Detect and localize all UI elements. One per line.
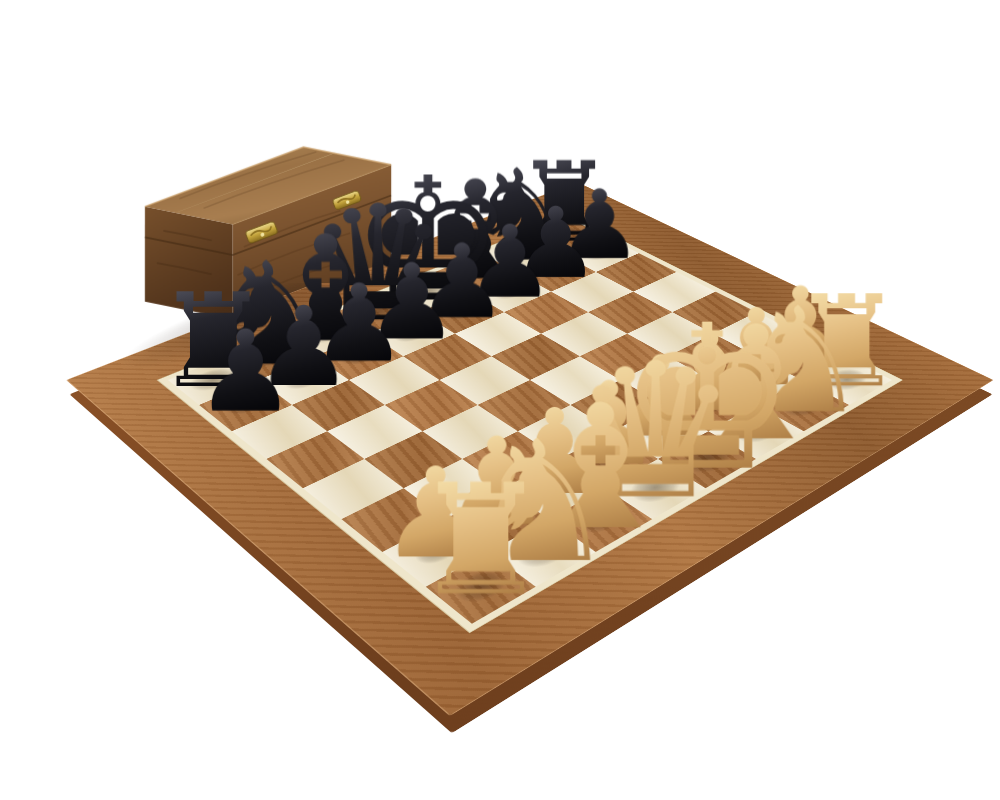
piece-layer: ♜♞♝♛♚♝♞♜♟♟♟♟♟♟♟♟♟♟♟♟♟♟♟♟♜♞♝♛♚♝♞♜ [66,182,994,716]
product-photo-scene: ♜♞♝♛♚♝♞♜♟♟♟♟♟♟♟♟♟♟♟♟♟♟♟♟♜♞♝♛♚♝♞♜ [0,0,1000,800]
chess-board: ♜♞♝♛♚♝♞♜♟♟♟♟♟♟♟♟♟♟♟♟♟♟♟♟♜♞♝♛♚♝♞♜ [66,182,994,716]
perspective-scene: ♜♞♝♛♚♝♞♜♟♟♟♟♟♟♟♟♟♟♟♟♟♟♟♟♜♞♝♛♚♝♞♜ [0,0,1000,800]
